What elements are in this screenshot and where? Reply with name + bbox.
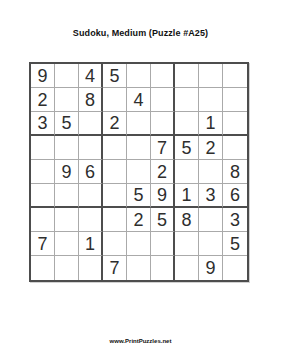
sudoku-cell-r1c9[interactable] [223, 64, 247, 88]
sudoku-cell-r3c1: 3 [31, 112, 55, 136]
sudoku-cell-r2c4[interactable] [103, 88, 127, 112]
sudoku-cell-r9c5[interactable] [127, 256, 151, 280]
sudoku-cell-r7c1[interactable] [31, 208, 55, 232]
sudoku-cell-r8c4[interactable] [103, 232, 127, 256]
sudoku-cell-r4c5[interactable] [127, 136, 151, 160]
sudoku-cell-r9c3[interactable] [79, 256, 103, 280]
sudoku-cell-r6c8: 3 [199, 184, 223, 208]
sudoku-cell-r8c6[interactable] [151, 232, 175, 256]
footer-url: www.PrintPuzzles.net [0, 338, 281, 344]
sudoku-cell-r8c9: 5 [223, 232, 247, 256]
sudoku-cell-r1c7[interactable] [175, 64, 199, 88]
sudoku-cell-r9c2[interactable] [55, 256, 79, 280]
sudoku-cell-r8c1: 7 [31, 232, 55, 256]
sudoku-cell-r2c5: 4 [127, 88, 151, 112]
sudoku-cell-r2c9[interactable] [223, 88, 247, 112]
sudoku-cell-r7c5: 2 [127, 208, 151, 232]
sudoku-cell-r6c7: 1 [175, 184, 199, 208]
sudoku-cell-r9c8: 9 [199, 256, 223, 280]
sudoku-cell-r2c1: 2 [31, 88, 55, 112]
sudoku-cell-r2c3: 8 [79, 88, 103, 112]
sudoku-cell-r5c8[interactable] [199, 160, 223, 184]
sudoku-cell-r6c6: 9 [151, 184, 175, 208]
sudoku-cell-r5c6: 2 [151, 160, 175, 184]
sudoku-cell-r3c6[interactable] [151, 112, 175, 136]
sudoku-cell-r7c7: 8 [175, 208, 199, 232]
sudoku-cell-r3c8: 1 [199, 112, 223, 136]
sudoku-cell-r6c1[interactable] [31, 184, 55, 208]
sudoku-cell-r4c9[interactable] [223, 136, 247, 160]
sudoku-cell-r8c5[interactable] [127, 232, 151, 256]
sudoku-cell-r7c8[interactable] [199, 208, 223, 232]
sudoku-cell-r8c3: 1 [79, 232, 103, 256]
sudoku-cell-r6c2[interactable] [55, 184, 79, 208]
sudoku-cell-r1c2[interactable] [55, 64, 79, 88]
sudoku-cell-r5c1[interactable] [31, 160, 55, 184]
sudoku-cell-r6c5: 5 [127, 184, 151, 208]
sudoku-cell-r7c2[interactable] [55, 208, 79, 232]
sudoku-cell-r3c7[interactable] [175, 112, 199, 136]
sudoku-cell-r9c9[interactable] [223, 256, 247, 280]
sudoku-cell-r4c3[interactable] [79, 136, 103, 160]
sudoku-cell-r1c1: 9 [31, 64, 55, 88]
sudoku-cell-r6c3[interactable] [79, 184, 103, 208]
sudoku-cell-r8c8[interactable] [199, 232, 223, 256]
sudoku-cell-r9c7[interactable] [175, 256, 199, 280]
sudoku-cell-r3c4: 2 [103, 112, 127, 136]
sudoku-cell-r6c9: 6 [223, 184, 247, 208]
sudoku-cell-r4c7: 5 [175, 136, 199, 160]
sudoku-cell-r1c5[interactable] [127, 64, 151, 88]
sudoku-cell-r1c3: 4 [79, 64, 103, 88]
sudoku-cell-r2c2[interactable] [55, 88, 79, 112]
sudoku-board: 9452843521752962859136258371579 [29, 62, 249, 282]
sudoku-cell-r4c8: 2 [199, 136, 223, 160]
sudoku-cell-r9c6[interactable] [151, 256, 175, 280]
sudoku-cell-r3c3[interactable] [79, 112, 103, 136]
sudoku-cell-r9c4: 7 [103, 256, 127, 280]
sudoku-cell-r1c6[interactable] [151, 64, 175, 88]
sudoku-cell-r3c9[interactable] [223, 112, 247, 136]
sudoku-cell-r8c7[interactable] [175, 232, 199, 256]
sudoku-cell-r7c6: 5 [151, 208, 175, 232]
sudoku-cell-r3c5[interactable] [127, 112, 151, 136]
puzzle-page: Sudoku, Medium (Puzzle #A25) 94528435217… [0, 0, 281, 363]
sudoku-cell-r6c4[interactable] [103, 184, 127, 208]
sudoku-cell-r5c4[interactable] [103, 160, 127, 184]
sudoku-cell-r5c7[interactable] [175, 160, 199, 184]
sudoku-cell-r4c4[interactable] [103, 136, 127, 160]
sudoku-cell-r5c5[interactable] [127, 160, 151, 184]
sudoku-cell-r1c8[interactable] [199, 64, 223, 88]
sudoku-cell-r2c7[interactable] [175, 88, 199, 112]
sudoku-cell-r4c1[interactable] [31, 136, 55, 160]
sudoku-cell-r3c2: 5 [55, 112, 79, 136]
sudoku-cell-r1c4: 5 [103, 64, 127, 88]
sudoku-cell-r2c8[interactable] [199, 88, 223, 112]
sudoku-cell-r7c4[interactable] [103, 208, 127, 232]
sudoku-cell-r5c9: 8 [223, 160, 247, 184]
sudoku-cell-r4c6: 7 [151, 136, 175, 160]
sudoku-cell-r5c3: 6 [79, 160, 103, 184]
sudoku-cell-r8c2[interactable] [55, 232, 79, 256]
sudoku-cell-r2c6[interactable] [151, 88, 175, 112]
sudoku-cell-r9c1[interactable] [31, 256, 55, 280]
puzzle-title: Sudoku, Medium (Puzzle #A25) [0, 28, 281, 38]
sudoku-cell-r7c3[interactable] [79, 208, 103, 232]
sudoku-cell-r4c2[interactable] [55, 136, 79, 160]
sudoku-cell-r5c2: 9 [55, 160, 79, 184]
sudoku-cell-r7c9: 3 [223, 208, 247, 232]
